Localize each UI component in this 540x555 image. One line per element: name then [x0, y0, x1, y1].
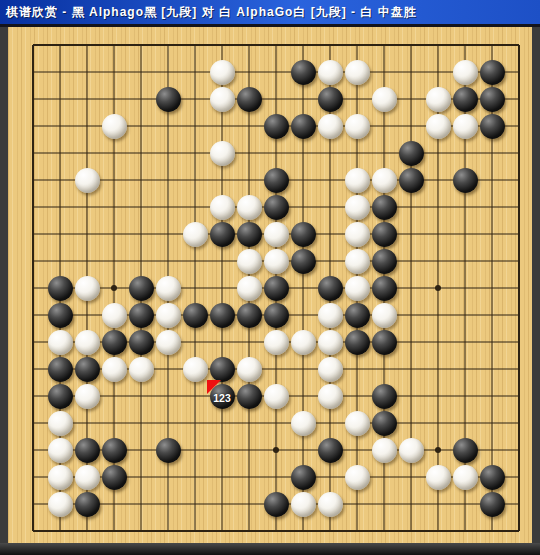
- board-cell[interactable]: [209, 113, 236, 140]
- board-cell[interactable]: [128, 302, 155, 329]
- board-cell[interactable]: [101, 248, 128, 275]
- board-cell[interactable]: [479, 86, 506, 113]
- board-cell[interactable]: [506, 518, 533, 545]
- board-cell[interactable]: [209, 464, 236, 491]
- board-cell[interactable]: [344, 518, 371, 545]
- board-cell[interactable]: [101, 437, 128, 464]
- board-cell[interactable]: [155, 410, 182, 437]
- board-cell[interactable]: [209, 437, 236, 464]
- board-cell[interactable]: [47, 248, 74, 275]
- board-cell[interactable]: [506, 113, 533, 140]
- board-cell[interactable]: [317, 356, 344, 383]
- board-cell[interactable]: [263, 248, 290, 275]
- board-cell[interactable]: [452, 518, 479, 545]
- board-cell[interactable]: [290, 491, 317, 518]
- board-cell[interactable]: [155, 194, 182, 221]
- board-cell[interactable]: [47, 302, 74, 329]
- board-cell[interactable]: [182, 356, 209, 383]
- board-cell[interactable]: [101, 221, 128, 248]
- board-cell[interactable]: [236, 302, 263, 329]
- board-cell[interactable]: [371, 221, 398, 248]
- board-cell[interactable]: [74, 248, 101, 275]
- board-cell[interactable]: [371, 464, 398, 491]
- board-cell[interactable]: [425, 113, 452, 140]
- board-cell[interactable]: [479, 140, 506, 167]
- board-cell[interactable]: [47, 356, 74, 383]
- board-cell[interactable]: [290, 86, 317, 113]
- board-cell[interactable]: [47, 275, 74, 302]
- board-cell[interactable]: [371, 167, 398, 194]
- board-cell[interactable]: [317, 464, 344, 491]
- board-cell[interactable]: [371, 248, 398, 275]
- board-cell[interactable]: [506, 32, 533, 59]
- board-cell[interactable]: [182, 32, 209, 59]
- board-cell[interactable]: [344, 329, 371, 356]
- board-cell[interactable]: [101, 410, 128, 437]
- board-cell[interactable]: [20, 248, 47, 275]
- board-cell[interactable]: [479, 221, 506, 248]
- board-cell[interactable]: [425, 518, 452, 545]
- board-cell[interactable]: [290, 113, 317, 140]
- board-cell[interactable]: [317, 167, 344, 194]
- board-cell[interactable]: [155, 32, 182, 59]
- board-cell[interactable]: [236, 86, 263, 113]
- board-cell[interactable]: [209, 167, 236, 194]
- board-cell[interactable]: [344, 275, 371, 302]
- board-cell[interactable]: [452, 329, 479, 356]
- board-cell[interactable]: [128, 518, 155, 545]
- board-cell[interactable]: [263, 410, 290, 437]
- board-cell[interactable]: [452, 491, 479, 518]
- board-cell[interactable]: [101, 491, 128, 518]
- board-cell[interactable]: [398, 140, 425, 167]
- board-cell[interactable]: [317, 329, 344, 356]
- board-cell[interactable]: [209, 86, 236, 113]
- board-cell[interactable]: [236, 383, 263, 410]
- board-cell[interactable]: [182, 167, 209, 194]
- board-cell[interactable]: [182, 113, 209, 140]
- board-cell[interactable]: [398, 167, 425, 194]
- board-cell[interactable]: [263, 140, 290, 167]
- board-cell[interactable]: [506, 302, 533, 329]
- board-cell[interactable]: [209, 275, 236, 302]
- board-cell[interactable]: [398, 437, 425, 464]
- board-cell[interactable]: [344, 383, 371, 410]
- board-cell[interactable]: [47, 32, 74, 59]
- board-cell[interactable]: [128, 86, 155, 113]
- board-cell[interactable]: [425, 275, 452, 302]
- board-cell[interactable]: [128, 140, 155, 167]
- board-cell[interactable]: [47, 437, 74, 464]
- board-cell[interactable]: [236, 410, 263, 437]
- board-cell[interactable]: [452, 302, 479, 329]
- board-cell[interactable]: [182, 275, 209, 302]
- board-cell[interactable]: [155, 437, 182, 464]
- board-cell[interactable]: [506, 383, 533, 410]
- board-cell[interactable]: [128, 410, 155, 437]
- board-cell[interactable]: [479, 248, 506, 275]
- board-cell[interactable]: [236, 491, 263, 518]
- board-cell[interactable]: [290, 167, 317, 194]
- board-cell[interactable]: [371, 410, 398, 437]
- board-cell[interactable]: [101, 464, 128, 491]
- board-cell[interactable]: [74, 59, 101, 86]
- board-cell[interactable]: [452, 410, 479, 437]
- board-cell[interactable]: [452, 275, 479, 302]
- board-cell[interactable]: [236, 194, 263, 221]
- board-cell[interactable]: [452, 221, 479, 248]
- board-cell[interactable]: [263, 491, 290, 518]
- board-cell[interactable]: [290, 248, 317, 275]
- board-cell[interactable]: [128, 113, 155, 140]
- board-cell[interactable]: [101, 113, 128, 140]
- board-cell[interactable]: [155, 113, 182, 140]
- board-cell[interactable]: [74, 113, 101, 140]
- board-cell[interactable]: [317, 113, 344, 140]
- board-cell[interactable]: [371, 59, 398, 86]
- board-cell[interactable]: [317, 140, 344, 167]
- board-cell[interactable]: [371, 437, 398, 464]
- board-cell[interactable]: [101, 140, 128, 167]
- board-cell[interactable]: [398, 194, 425, 221]
- board-cell[interactable]: [398, 518, 425, 545]
- board-cell[interactable]: [236, 437, 263, 464]
- board-cell[interactable]: [20, 86, 47, 113]
- board-cell[interactable]: [452, 383, 479, 410]
- board-cell[interactable]: [20, 491, 47, 518]
- board-cell[interactable]: [74, 302, 101, 329]
- board-cell[interactable]: [128, 491, 155, 518]
- board-cell[interactable]: 123: [209, 383, 236, 410]
- board-cell[interactable]: [263, 275, 290, 302]
- board-cell[interactable]: [182, 329, 209, 356]
- board-cell[interactable]: [371, 86, 398, 113]
- board-cell[interactable]: [20, 464, 47, 491]
- board-cell[interactable]: [74, 86, 101, 113]
- board-cell[interactable]: [371, 491, 398, 518]
- board-cell[interactable]: [317, 248, 344, 275]
- board-cell[interactable]: [74, 518, 101, 545]
- board-cell[interactable]: [182, 221, 209, 248]
- board-cell[interactable]: [47, 140, 74, 167]
- board-cell[interactable]: [317, 410, 344, 437]
- board-cell[interactable]: [425, 410, 452, 437]
- board-cell[interactable]: [128, 356, 155, 383]
- board-cell[interactable]: [479, 356, 506, 383]
- board-cell[interactable]: [128, 248, 155, 275]
- board-cell[interactable]: [290, 464, 317, 491]
- board-cell[interactable]: [101, 194, 128, 221]
- board-cell[interactable]: [47, 329, 74, 356]
- board-cell[interactable]: [101, 167, 128, 194]
- board-cell[interactable]: [155, 329, 182, 356]
- board-cell[interactable]: [479, 59, 506, 86]
- board-cell[interactable]: [20, 113, 47, 140]
- board-cell[interactable]: [290, 437, 317, 464]
- board-cell[interactable]: [452, 59, 479, 86]
- board-cell[interactable]: [506, 86, 533, 113]
- board-cell[interactable]: [209, 518, 236, 545]
- board-cell[interactable]: [263, 329, 290, 356]
- board-cell[interactable]: [182, 464, 209, 491]
- board-cell[interactable]: [371, 194, 398, 221]
- board-cell[interactable]: [506, 140, 533, 167]
- board-cell[interactable]: [236, 275, 263, 302]
- board-cell[interactable]: [155, 167, 182, 194]
- board-cell[interactable]: [155, 86, 182, 113]
- board-cell[interactable]: [263, 221, 290, 248]
- board-cell[interactable]: [317, 491, 344, 518]
- board-cell[interactable]: [263, 194, 290, 221]
- board-cell[interactable]: [425, 383, 452, 410]
- board-cell[interactable]: [209, 329, 236, 356]
- board-cell[interactable]: [317, 194, 344, 221]
- board-cell[interactable]: [47, 86, 74, 113]
- board-cell[interactable]: [209, 59, 236, 86]
- board-cell[interactable]: [236, 356, 263, 383]
- board-cell[interactable]: [101, 32, 128, 59]
- board-cell[interactable]: [182, 437, 209, 464]
- board-cell[interactable]: [344, 59, 371, 86]
- board-cell[interactable]: [290, 302, 317, 329]
- board-cell[interactable]: [317, 32, 344, 59]
- board-cell[interactable]: [101, 275, 128, 302]
- board-cell[interactable]: [371, 383, 398, 410]
- board-cell[interactable]: [344, 167, 371, 194]
- board-cell[interactable]: [74, 167, 101, 194]
- board-cell[interactable]: [317, 221, 344, 248]
- board-cell[interactable]: [344, 113, 371, 140]
- board-cell[interactable]: [506, 275, 533, 302]
- board-cell[interactable]: [128, 194, 155, 221]
- board-cell[interactable]: [101, 518, 128, 545]
- board-cell[interactable]: [506, 437, 533, 464]
- board-cell[interactable]: [263, 437, 290, 464]
- board-cell[interactable]: [20, 140, 47, 167]
- board-cell[interactable]: [47, 464, 74, 491]
- board-cell[interactable]: [236, 59, 263, 86]
- board-cell[interactable]: [344, 410, 371, 437]
- board-cell[interactable]: [236, 464, 263, 491]
- board-cell[interactable]: [425, 167, 452, 194]
- board-cell[interactable]: [425, 248, 452, 275]
- board-cell[interactable]: [20, 302, 47, 329]
- board-cell[interactable]: [47, 59, 74, 86]
- board-cell[interactable]: [20, 329, 47, 356]
- board-cell[interactable]: [290, 383, 317, 410]
- board-cell[interactable]: [101, 59, 128, 86]
- board-cell[interactable]: [20, 383, 47, 410]
- board-cell[interactable]: [452, 437, 479, 464]
- board-cell[interactable]: [20, 356, 47, 383]
- board-cell[interactable]: [209, 356, 236, 383]
- board-cell[interactable]: [101, 356, 128, 383]
- board-cell[interactable]: [371, 275, 398, 302]
- board-cell[interactable]: [479, 275, 506, 302]
- board-cell[interactable]: [452, 32, 479, 59]
- board-cell[interactable]: [317, 59, 344, 86]
- board-cell[interactable]: [182, 518, 209, 545]
- board-cell[interactable]: [263, 167, 290, 194]
- board-cell[interactable]: [506, 59, 533, 86]
- board-cell[interactable]: [209, 248, 236, 275]
- board-cell[interactable]: [20, 410, 47, 437]
- board-cell[interactable]: [155, 221, 182, 248]
- board-cell[interactable]: [74, 194, 101, 221]
- board-cell[interactable]: [398, 248, 425, 275]
- board-cell[interactable]: [371, 32, 398, 59]
- board-cell[interactable]: [344, 86, 371, 113]
- board-cell[interactable]: [74, 464, 101, 491]
- board-cell[interactable]: [344, 302, 371, 329]
- board-cell[interactable]: [236, 167, 263, 194]
- board-cell[interactable]: [425, 221, 452, 248]
- board-cell[interactable]: [128, 329, 155, 356]
- board-cell[interactable]: [425, 356, 452, 383]
- board-cell[interactable]: [182, 194, 209, 221]
- board-cell[interactable]: [155, 518, 182, 545]
- board-cell[interactable]: [263, 59, 290, 86]
- board-cell[interactable]: [452, 356, 479, 383]
- board-cell[interactable]: [344, 140, 371, 167]
- board-cell[interactable]: [20, 518, 47, 545]
- board-cell[interactable]: [479, 464, 506, 491]
- board-cell[interactable]: [479, 32, 506, 59]
- board-cell[interactable]: [317, 275, 344, 302]
- board-cell[interactable]: [344, 194, 371, 221]
- board-cell[interactable]: [209, 491, 236, 518]
- board-cell[interactable]: [398, 275, 425, 302]
- board-cell[interactable]: [47, 410, 74, 437]
- board-cell[interactable]: [155, 140, 182, 167]
- board-cell[interactable]: [182, 86, 209, 113]
- board-cell[interactable]: [425, 194, 452, 221]
- board-cell[interactable]: [344, 437, 371, 464]
- board-cell[interactable]: [155, 356, 182, 383]
- board-cell[interactable]: [74, 32, 101, 59]
- board-cell[interactable]: [479, 302, 506, 329]
- board-cell[interactable]: [236, 32, 263, 59]
- board-cell[interactable]: [398, 383, 425, 410]
- board-cell[interactable]: [101, 329, 128, 356]
- board-cell[interactable]: [263, 86, 290, 113]
- board-cell[interactable]: [209, 32, 236, 59]
- board-cell[interactable]: [47, 167, 74, 194]
- board-cell[interactable]: [317, 383, 344, 410]
- board-cell[interactable]: [290, 194, 317, 221]
- board-cell[interactable]: [236, 518, 263, 545]
- board-cell[interactable]: [290, 59, 317, 86]
- board-cell[interactable]: [398, 464, 425, 491]
- board-cell[interactable]: [479, 194, 506, 221]
- board-cell[interactable]: [506, 491, 533, 518]
- board-cell[interactable]: [398, 32, 425, 59]
- board-cell[interactable]: [47, 518, 74, 545]
- board-cell[interactable]: [371, 356, 398, 383]
- board-cell[interactable]: [317, 437, 344, 464]
- board-cell[interactable]: [479, 383, 506, 410]
- board-cell[interactable]: [263, 113, 290, 140]
- board-cell[interactable]: [74, 221, 101, 248]
- board-cell[interactable]: [290, 275, 317, 302]
- board-cell[interactable]: [20, 221, 47, 248]
- board-cell[interactable]: [425, 86, 452, 113]
- board-cell[interactable]: [398, 221, 425, 248]
- board-cell[interactable]: [398, 113, 425, 140]
- board-cell[interactable]: [371, 518, 398, 545]
- board-cell[interactable]: [506, 167, 533, 194]
- board-cell[interactable]: [290, 356, 317, 383]
- board-cell[interactable]: [425, 329, 452, 356]
- board-cell[interactable]: [128, 59, 155, 86]
- board-cell[interactable]: [344, 464, 371, 491]
- board-cell[interactable]: [128, 221, 155, 248]
- board-cell[interactable]: [290, 221, 317, 248]
- board-cell[interactable]: [101, 383, 128, 410]
- board-cell[interactable]: [452, 113, 479, 140]
- board-cell[interactable]: [506, 356, 533, 383]
- board-cell[interactable]: [263, 464, 290, 491]
- board-cell[interactable]: [452, 464, 479, 491]
- board-cell[interactable]: [101, 302, 128, 329]
- board-cell[interactable]: [20, 194, 47, 221]
- board-cell[interactable]: [182, 302, 209, 329]
- board-cell[interactable]: [425, 32, 452, 59]
- board-cell[interactable]: [452, 194, 479, 221]
- board-cell[interactable]: [479, 437, 506, 464]
- board-cell[interactable]: [344, 356, 371, 383]
- board-cell[interactable]: [128, 464, 155, 491]
- board-cell[interactable]: [74, 410, 101, 437]
- board-cell[interactable]: [47, 383, 74, 410]
- board-cell[interactable]: [398, 86, 425, 113]
- board-cell[interactable]: [506, 221, 533, 248]
- board-cell[interactable]: [128, 167, 155, 194]
- board-cell[interactable]: [317, 518, 344, 545]
- board-cell[interactable]: [155, 491, 182, 518]
- board-cell[interactable]: [263, 32, 290, 59]
- board-cell[interactable]: [344, 491, 371, 518]
- board-cell[interactable]: [182, 383, 209, 410]
- board-cell[interactable]: [398, 59, 425, 86]
- board-cell[interactable]: [263, 356, 290, 383]
- board-cell[interactable]: [317, 302, 344, 329]
- board-cell[interactable]: [128, 383, 155, 410]
- board-cell[interactable]: [398, 302, 425, 329]
- board-cell[interactable]: [479, 167, 506, 194]
- board-cell[interactable]: [20, 32, 47, 59]
- board-cell[interactable]: [398, 410, 425, 437]
- board-cell[interactable]: [155, 248, 182, 275]
- board-cell[interactable]: [20, 437, 47, 464]
- board-cell[interactable]: [20, 167, 47, 194]
- board-cell[interactable]: [47, 491, 74, 518]
- board-cell[interactable]: [128, 275, 155, 302]
- board-cell[interactable]: [371, 329, 398, 356]
- board-cell[interactable]: [263, 302, 290, 329]
- board-cell[interactable]: [101, 86, 128, 113]
- board-cell[interactable]: [479, 329, 506, 356]
- board-cell[interactable]: [371, 113, 398, 140]
- board-cell[interactable]: [290, 518, 317, 545]
- board-cell[interactable]: [128, 437, 155, 464]
- board-cell[interactable]: [209, 194, 236, 221]
- board-cell[interactable]: [236, 221, 263, 248]
- board-cell[interactable]: [425, 302, 452, 329]
- board-cell[interactable]: [506, 194, 533, 221]
- board-cell[interactable]: [263, 518, 290, 545]
- board-cell[interactable]: [236, 140, 263, 167]
